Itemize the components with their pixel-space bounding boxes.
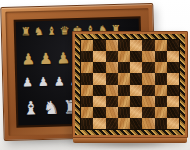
display-piece: ♟ bbox=[38, 76, 49, 88]
square-f6 bbox=[142, 62, 154, 73]
square-h2 bbox=[167, 107, 179, 118]
square-a8 bbox=[81, 40, 93, 51]
chess-set-product-photo: ♜♞♝♛♚♝♞♜♟♟♟♟♟♟♟♟♟♟♟♟♟♟♟♟♝♞♜♛♚♜♞♝ bbox=[0, 0, 190, 150]
square-d4 bbox=[118, 85, 130, 96]
board-frame bbox=[72, 31, 188, 138]
square-b6 bbox=[93, 62, 105, 73]
square-f8 bbox=[142, 40, 154, 51]
square-c6 bbox=[106, 62, 118, 73]
square-g6 bbox=[155, 62, 167, 73]
square-b7 bbox=[93, 51, 105, 62]
square-e5 bbox=[130, 73, 142, 84]
square-g7 bbox=[155, 51, 167, 62]
square-d2 bbox=[118, 107, 130, 118]
square-h3 bbox=[167, 96, 179, 107]
square-g5 bbox=[155, 73, 167, 84]
display-piece: ♟ bbox=[21, 52, 35, 67]
playing-area bbox=[80, 39, 180, 130]
display-piece: ♞ bbox=[43, 99, 60, 117]
display-piece: ♟ bbox=[22, 76, 33, 88]
display-piece: ♟ bbox=[54, 75, 65, 87]
square-a1 bbox=[81, 118, 93, 129]
square-d8 bbox=[118, 40, 130, 51]
square-d5 bbox=[118, 73, 130, 84]
square-g4 bbox=[155, 85, 167, 96]
square-f7 bbox=[142, 51, 154, 62]
square-b4 bbox=[93, 85, 105, 96]
square-c5 bbox=[106, 73, 118, 84]
display-piece: ♛ bbox=[59, 25, 69, 36]
square-d3 bbox=[118, 96, 130, 107]
display-piece: ♟ bbox=[39, 52, 53, 67]
square-h1 bbox=[167, 118, 179, 129]
square-c3 bbox=[106, 96, 118, 107]
square-e3 bbox=[130, 96, 142, 107]
square-d7 bbox=[118, 51, 130, 62]
square-e7 bbox=[130, 51, 142, 62]
square-c7 bbox=[106, 51, 118, 62]
square-a3 bbox=[81, 96, 93, 107]
square-a6 bbox=[81, 62, 93, 73]
square-h4 bbox=[167, 85, 179, 96]
board-side-edge bbox=[73, 138, 187, 143]
square-h7 bbox=[167, 51, 179, 62]
square-f1 bbox=[142, 118, 154, 129]
square-c2 bbox=[106, 107, 118, 118]
square-h8 bbox=[167, 40, 179, 51]
square-e8 bbox=[130, 40, 142, 51]
square-f2 bbox=[142, 107, 154, 118]
display-piece: ♜ bbox=[21, 26, 31, 37]
square-h5 bbox=[167, 73, 179, 84]
square-f4 bbox=[142, 85, 154, 96]
square-c8 bbox=[106, 40, 118, 51]
display-piece: ♝ bbox=[47, 26, 57, 37]
display-piece: ♞ bbox=[34, 26, 44, 37]
board-grid bbox=[81, 40, 179, 129]
square-c4 bbox=[106, 85, 118, 96]
square-e1 bbox=[130, 118, 142, 129]
square-b8 bbox=[93, 40, 105, 51]
square-b3 bbox=[93, 96, 105, 107]
square-f5 bbox=[142, 73, 154, 84]
square-c1 bbox=[106, 118, 118, 129]
square-a5 bbox=[81, 73, 93, 84]
display-piece: ♝ bbox=[23, 99, 40, 117]
square-f3 bbox=[142, 96, 154, 107]
square-d6 bbox=[118, 62, 130, 73]
square-e4 bbox=[130, 85, 142, 96]
square-g2 bbox=[155, 107, 167, 118]
square-g1 bbox=[155, 118, 167, 129]
square-e6 bbox=[130, 62, 142, 73]
square-a2 bbox=[81, 107, 93, 118]
square-d1 bbox=[118, 118, 130, 129]
display-piece: ♟ bbox=[56, 51, 70, 66]
square-a7 bbox=[81, 51, 93, 62]
square-b1 bbox=[93, 118, 105, 129]
square-e2 bbox=[130, 107, 142, 118]
chess-board bbox=[72, 31, 188, 143]
square-b5 bbox=[93, 73, 105, 84]
square-b2 bbox=[93, 107, 105, 118]
square-g8 bbox=[155, 40, 167, 51]
square-a4 bbox=[81, 85, 93, 96]
square-g3 bbox=[155, 96, 167, 107]
square-h6 bbox=[167, 62, 179, 73]
